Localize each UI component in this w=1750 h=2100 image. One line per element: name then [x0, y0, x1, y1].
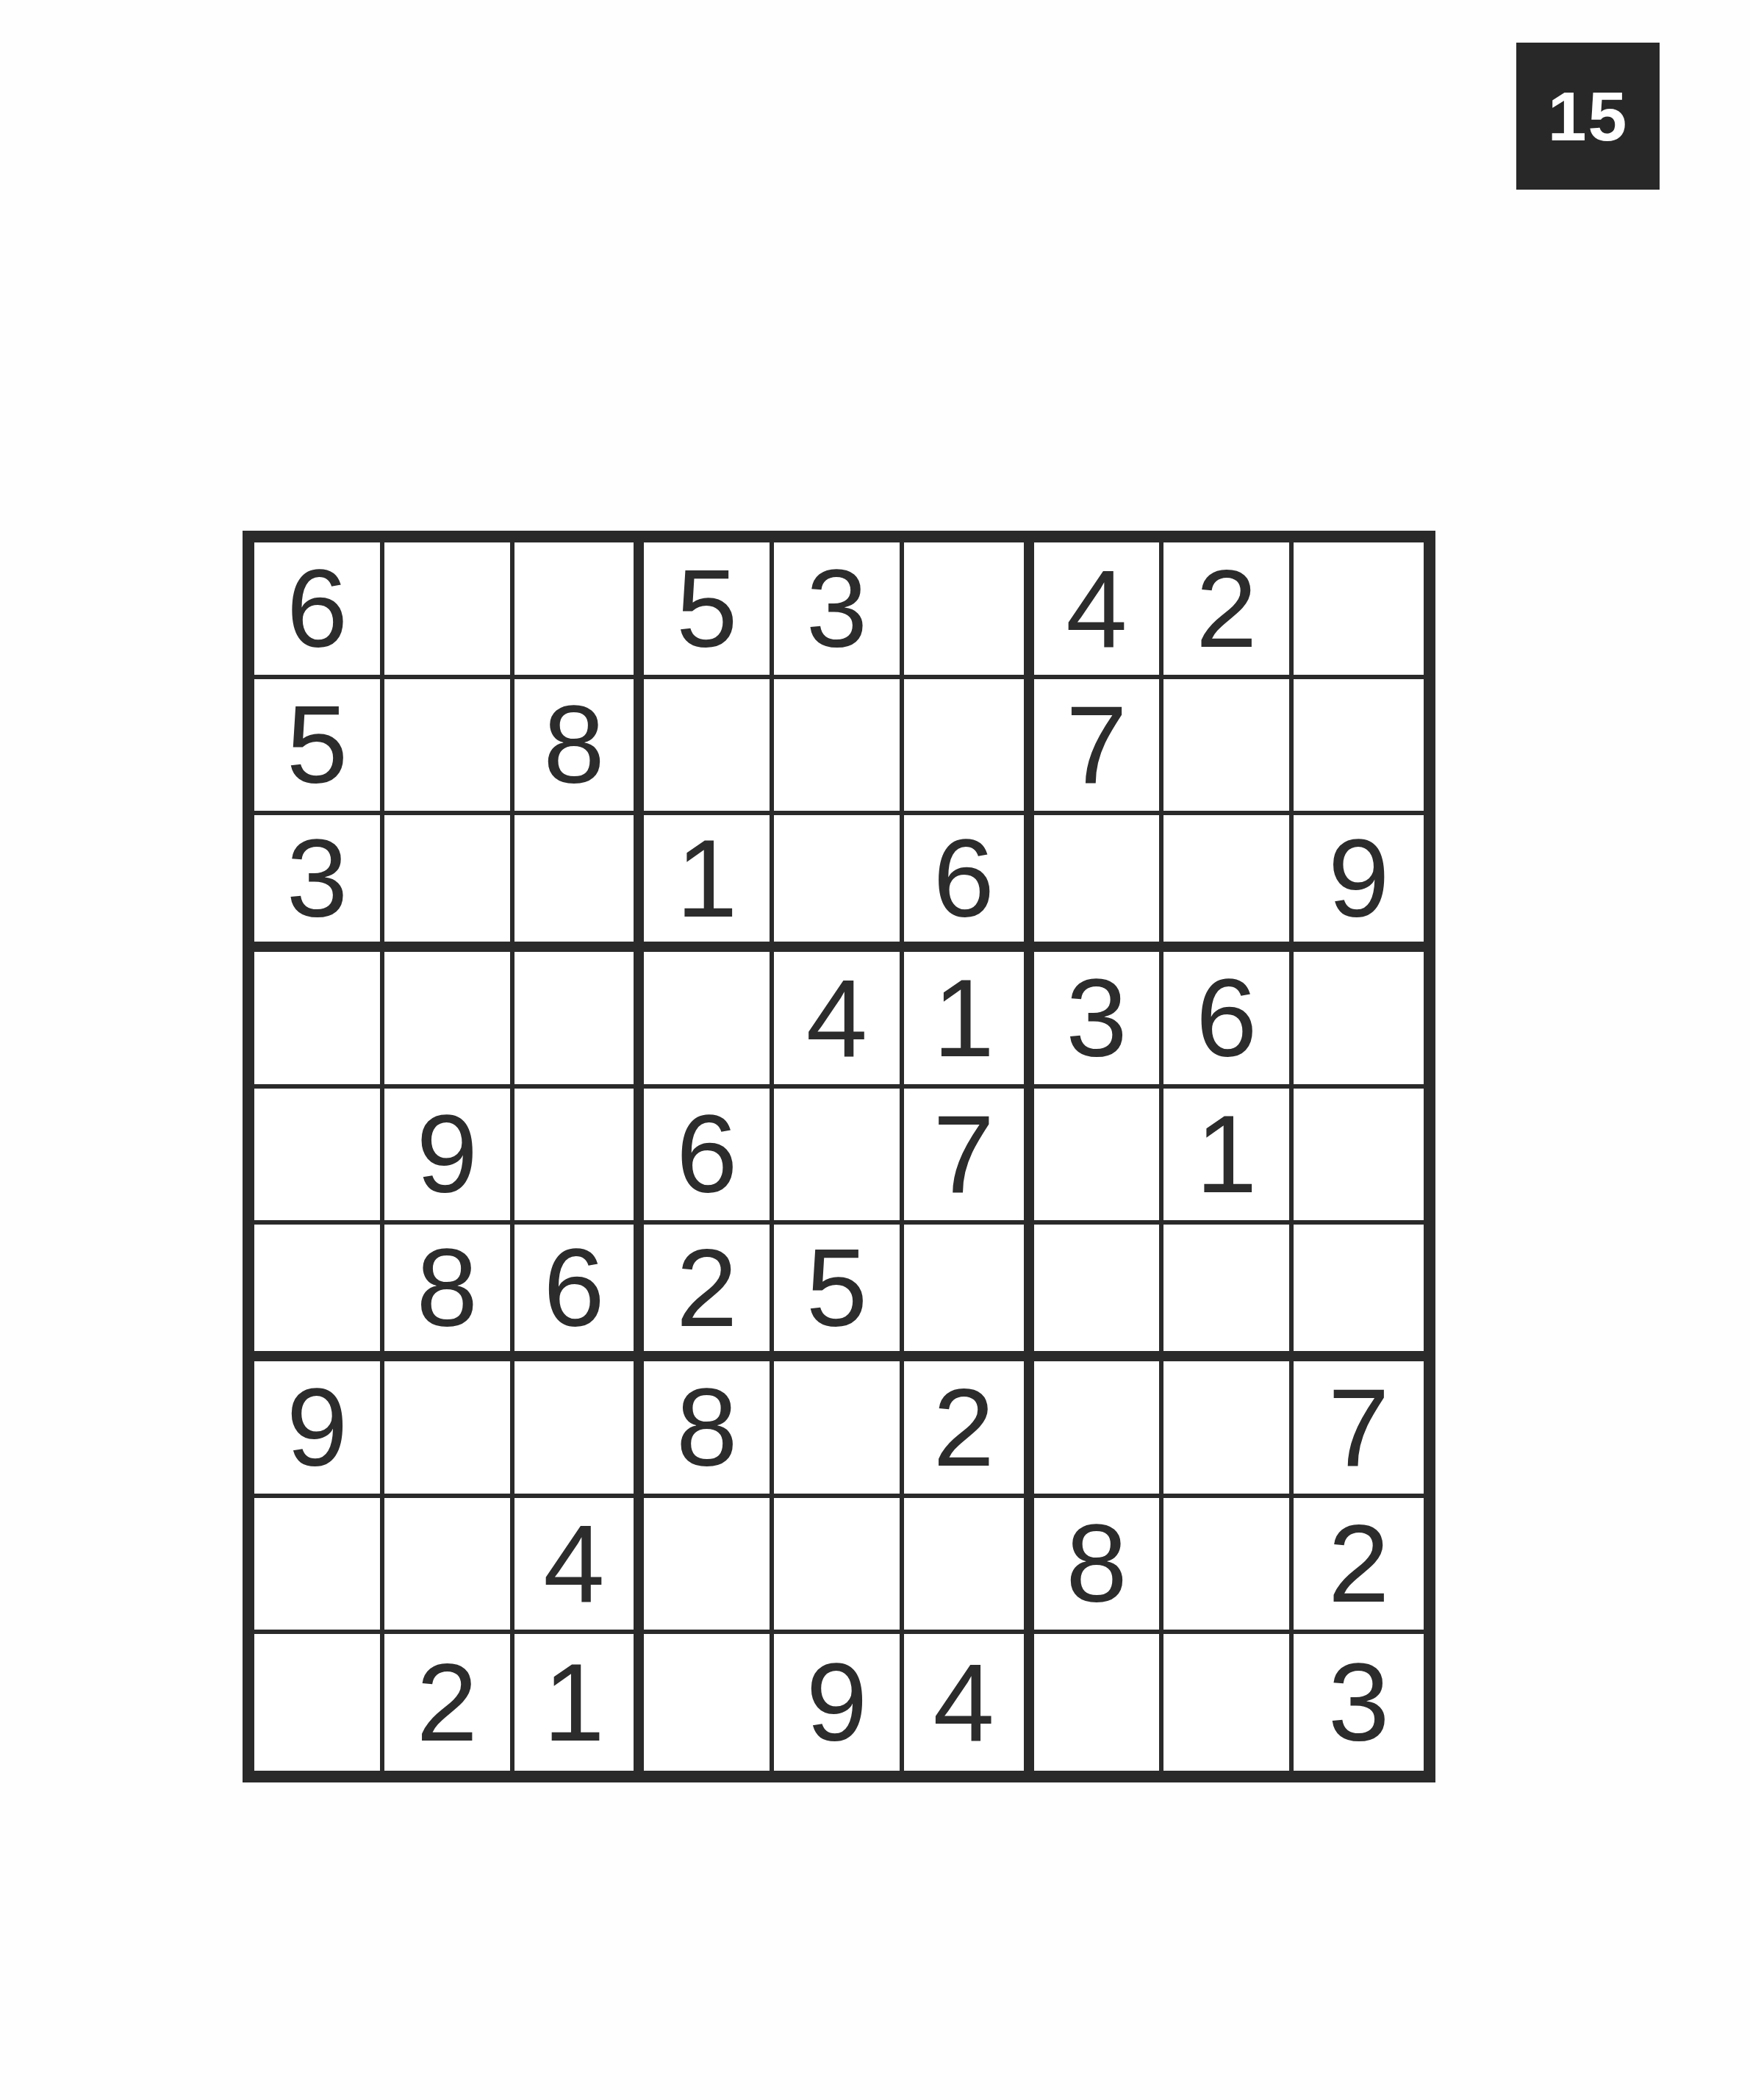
cell-r6c4[interactable]: 2	[644, 1225, 774, 1361]
puzzle-page: 15 653425873169413696718625982748221943	[0, 0, 1750, 2100]
cell-r6c1[interactable]	[254, 1225, 384, 1361]
cell-r6c7[interactable]	[1034, 1225, 1164, 1361]
cell-r1c7[interactable]: 4	[1034, 542, 1164, 679]
cell-r8c2[interactable]	[384, 1498, 514, 1635]
cell-r1c5[interactable]: 3	[774, 542, 904, 679]
cell-r5c1[interactable]	[254, 1089, 384, 1225]
cell-r5c3[interactable]	[514, 1089, 645, 1225]
cell-r4c6[interactable]: 1	[904, 952, 1034, 1089]
cell-r7c6[interactable]: 2	[904, 1361, 1034, 1498]
cell-r6c2[interactable]: 8	[384, 1225, 514, 1361]
cell-r1c9[interactable]	[1294, 542, 1424, 679]
sudoku-grid: 653425873169413696718625982748221943	[243, 531, 1435, 1782]
cell-r7c5[interactable]	[774, 1361, 904, 1498]
cell-r1c2[interactable]	[384, 542, 514, 679]
cell-r9c7[interactable]	[1034, 1634, 1164, 1771]
cell-r7c8[interactable]	[1163, 1361, 1294, 1498]
cell-r4c5[interactable]: 4	[774, 952, 904, 1089]
cell-r8c4[interactable]	[644, 1498, 774, 1635]
cell-r5c7[interactable]	[1034, 1089, 1164, 1225]
cell-r7c1[interactable]: 9	[254, 1361, 384, 1498]
cell-r9c2[interactable]: 2	[384, 1634, 514, 1771]
cell-r8c6[interactable]	[904, 1498, 1034, 1635]
cell-r3c5[interactable]	[774, 815, 904, 952]
cell-r6c6[interactable]	[904, 1225, 1034, 1361]
cell-r5c4[interactable]: 6	[644, 1089, 774, 1225]
cell-r1c4[interactable]: 5	[644, 542, 774, 679]
cell-r2c8[interactable]	[1163, 679, 1294, 816]
cell-r4c9[interactable]	[1294, 952, 1424, 1089]
cell-r8c5[interactable]	[774, 1498, 904, 1635]
cell-r7c3[interactable]	[514, 1361, 645, 1498]
cell-r4c8[interactable]: 6	[1163, 952, 1294, 1089]
cell-r5c2[interactable]: 9	[384, 1089, 514, 1225]
cell-r2c6[interactable]	[904, 679, 1034, 816]
cell-r9c4[interactable]	[644, 1634, 774, 1771]
cell-r3c1[interactable]: 3	[254, 815, 384, 952]
cell-r3c2[interactable]	[384, 815, 514, 952]
puzzle-number-badge: 15	[1516, 43, 1660, 190]
cell-r9c3[interactable]: 1	[514, 1634, 645, 1771]
cell-r7c9[interactable]: 7	[1294, 1361, 1424, 1498]
cell-r3c4[interactable]: 1	[644, 815, 774, 952]
cell-r2c4[interactable]	[644, 679, 774, 816]
cell-r2c9[interactable]	[1294, 679, 1424, 816]
cell-r2c2[interactable]	[384, 679, 514, 816]
cell-r9c6[interactable]: 4	[904, 1634, 1034, 1771]
cell-r3c8[interactable]	[1163, 815, 1294, 952]
cell-r7c7[interactable]	[1034, 1361, 1164, 1498]
cell-r9c9[interactable]: 3	[1294, 1634, 1424, 1771]
cell-r9c1[interactable]	[254, 1634, 384, 1771]
cell-r3c6[interactable]: 6	[904, 815, 1034, 952]
cell-r6c8[interactable]	[1163, 1225, 1294, 1361]
cell-r2c3[interactable]: 8	[514, 679, 645, 816]
cell-r1c3[interactable]	[514, 542, 645, 679]
cell-r7c4[interactable]: 8	[644, 1361, 774, 1498]
cell-r9c8[interactable]	[1163, 1634, 1294, 1771]
cell-r2c1[interactable]: 5	[254, 679, 384, 816]
cell-r7c2[interactable]	[384, 1361, 514, 1498]
cell-r8c7[interactable]: 8	[1034, 1498, 1164, 1635]
cell-r5c6[interactable]: 7	[904, 1089, 1034, 1225]
cell-r5c8[interactable]: 1	[1163, 1089, 1294, 1225]
cell-r4c3[interactable]	[514, 952, 645, 1089]
cell-r6c3[interactable]: 6	[514, 1225, 645, 1361]
cell-r4c7[interactable]: 3	[1034, 952, 1164, 1089]
cell-r4c4[interactable]	[644, 952, 774, 1089]
cell-r5c9[interactable]	[1294, 1089, 1424, 1225]
cell-r4c1[interactable]	[254, 952, 384, 1089]
cell-r3c9[interactable]: 9	[1294, 815, 1424, 952]
cell-r6c5[interactable]: 5	[774, 1225, 904, 1361]
cell-r1c8[interactable]: 2	[1163, 542, 1294, 679]
cell-r2c7[interactable]: 7	[1034, 679, 1164, 816]
cell-r2c5[interactable]	[774, 679, 904, 816]
cell-r8c3[interactable]: 4	[514, 1498, 645, 1635]
cell-r3c7[interactable]	[1034, 815, 1164, 952]
cell-r3c3[interactable]	[514, 815, 645, 952]
cell-r4c2[interactable]	[384, 952, 514, 1089]
cell-r9c5[interactable]: 9	[774, 1634, 904, 1771]
cell-r1c6[interactable]	[904, 542, 1034, 679]
cell-r5c5[interactable]	[774, 1089, 904, 1225]
cell-r8c8[interactable]	[1163, 1498, 1294, 1635]
cell-r8c9[interactable]: 2	[1294, 1498, 1424, 1635]
cell-r6c9[interactable]	[1294, 1225, 1424, 1361]
cell-r8c1[interactable]	[254, 1498, 384, 1635]
cell-r1c1[interactable]: 6	[254, 542, 384, 679]
